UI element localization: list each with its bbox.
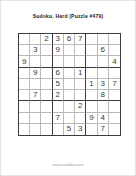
cell-r8c1 xyxy=(19,113,30,124)
cell-r8c8: 4 xyxy=(98,113,109,124)
cell-r5c4: 5 xyxy=(53,79,64,90)
cell-r4c8 xyxy=(98,68,109,79)
cell-r1c8 xyxy=(98,34,109,45)
cell-r9c1 xyxy=(19,124,30,135)
cell-r3c8 xyxy=(98,56,109,67)
cell-r8c3 xyxy=(41,113,52,124)
cell-r7c9 xyxy=(109,101,120,112)
cell-r3c1: 9 xyxy=(19,56,30,67)
cell-r1c7 xyxy=(86,34,97,45)
cell-r4c7 xyxy=(86,68,97,79)
cell-r3c2 xyxy=(30,56,41,67)
cell-r1c2 xyxy=(30,34,41,45)
cell-r9c5: 5 xyxy=(64,124,75,135)
cell-r1c4: 3 xyxy=(53,34,64,45)
cell-r2c4: 9 xyxy=(53,45,64,56)
cell-r2c7 xyxy=(86,45,97,56)
cell-r7c6: 2 xyxy=(75,101,86,112)
cell-r4c4: 6 xyxy=(53,68,64,79)
cell-r5c5 xyxy=(64,79,75,90)
cell-r7c8 xyxy=(98,101,109,112)
cell-r3c3 xyxy=(41,56,52,67)
cell-r5c9: 7 xyxy=(109,79,120,90)
cell-r6c7 xyxy=(86,90,97,101)
cell-r5c2 xyxy=(30,79,41,90)
cell-r5c6 xyxy=(75,79,86,90)
cell-r7c1 xyxy=(19,101,30,112)
cell-r9c6: 3 xyxy=(75,124,86,135)
cell-r1c9 xyxy=(109,34,120,45)
cell-r2c2: 3 xyxy=(30,45,41,56)
cell-r3c5 xyxy=(64,56,75,67)
cell-r2c8: 6 xyxy=(98,45,109,56)
page-title: Sudoku, Hard (Puzzle #479) xyxy=(1,13,135,19)
cell-r9c2 xyxy=(30,124,41,135)
footer-url: www.sudoku.com xyxy=(1,162,135,167)
cell-r8c7: 9 xyxy=(86,113,97,124)
cell-r6c3 xyxy=(41,90,52,101)
cell-r7c5 xyxy=(64,101,75,112)
cell-r7c3 xyxy=(41,101,52,112)
cell-r9c4 xyxy=(53,124,64,135)
cell-r1c3: 2 xyxy=(41,34,52,45)
cell-r5c8: 3 xyxy=(98,79,109,90)
cell-r3c7 xyxy=(86,56,97,67)
cell-r9c3 xyxy=(41,124,52,135)
cell-r5c3 xyxy=(41,79,52,90)
cell-r6c2: 7 xyxy=(30,90,41,101)
cell-r6c5 xyxy=(64,90,75,101)
cell-r4c3 xyxy=(41,68,52,79)
cell-r2c5 xyxy=(64,45,75,56)
cell-r5c7: 1 xyxy=(86,79,97,90)
sudoku-grid: 23673969496151377282794537 xyxy=(18,33,121,136)
cell-r4c9 xyxy=(109,68,120,79)
cell-r3c4 xyxy=(53,56,64,67)
cell-r4c1 xyxy=(19,68,30,79)
cell-r3c6 xyxy=(75,56,86,67)
cell-r9c7 xyxy=(86,124,97,135)
cell-r3c9: 4 xyxy=(109,56,120,67)
cell-r4c5 xyxy=(64,68,75,79)
cell-r5c1 xyxy=(19,79,30,90)
cell-r2c1 xyxy=(19,45,30,56)
cell-r2c9 xyxy=(109,45,120,56)
cell-r2c3 xyxy=(41,45,52,56)
cell-r6c4: 2 xyxy=(53,90,64,101)
puzzle-page: Sudoku, Hard (Puzzle #479) 2367396949615… xyxy=(0,0,136,176)
cell-r8c9 xyxy=(109,113,120,124)
cell-r6c8: 8 xyxy=(98,90,109,101)
cell-r4c2: 9 xyxy=(30,68,41,79)
cell-r9c9 xyxy=(109,124,120,135)
cell-r9c8: 7 xyxy=(98,124,109,135)
cell-r4c6: 1 xyxy=(75,68,86,79)
cell-r2c6 xyxy=(75,45,86,56)
cell-r1c6: 7 xyxy=(75,34,86,45)
cell-r6c9 xyxy=(109,90,120,101)
cell-r1c5: 6 xyxy=(64,34,75,45)
cell-r6c6 xyxy=(75,90,86,101)
cell-r8c2 xyxy=(30,113,41,124)
cell-r1c1 xyxy=(19,34,30,45)
cell-r8c4: 7 xyxy=(53,113,64,124)
cell-r7c2 xyxy=(30,101,41,112)
cell-r8c6 xyxy=(75,113,86,124)
cell-r7c7 xyxy=(86,101,97,112)
cell-r7c4 xyxy=(53,101,64,112)
cell-r8c5 xyxy=(64,113,75,124)
cell-r6c1 xyxy=(19,90,30,101)
